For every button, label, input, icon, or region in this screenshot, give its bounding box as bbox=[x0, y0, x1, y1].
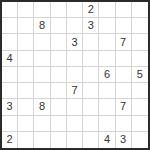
cell-r7c3[interactable]: 8 bbox=[34, 99, 50, 115]
given-digit: 6 bbox=[104, 69, 110, 80]
cell-r9c9[interactable] bbox=[132, 132, 148, 148]
cell-r6c5[interactable]: 7 bbox=[67, 83, 83, 99]
cell-r7c5[interactable] bbox=[67, 99, 83, 115]
cell-r8c9[interactable] bbox=[132, 116, 148, 132]
cell-r7c2[interactable] bbox=[18, 99, 34, 115]
given-digit: 3 bbox=[120, 134, 126, 145]
cell-r1c7[interactable] bbox=[99, 2, 115, 18]
cell-r3c2[interactable] bbox=[18, 34, 34, 50]
cell-r5c7[interactable]: 6 bbox=[99, 67, 115, 83]
cell-r2c4[interactable] bbox=[51, 18, 67, 34]
given-digit: 7 bbox=[120, 101, 126, 112]
cell-r5c3[interactable] bbox=[34, 67, 50, 83]
cell-r4c4[interactable] bbox=[51, 51, 67, 67]
given-digit: 8 bbox=[39, 20, 45, 31]
cell-r5c8[interactable] bbox=[116, 67, 132, 83]
cell-r6c4[interactable] bbox=[51, 83, 67, 99]
cell-r7c4[interactable] bbox=[51, 99, 67, 115]
given-digit: 3 bbox=[7, 101, 13, 112]
cell-r2c3[interactable]: 8 bbox=[34, 18, 50, 34]
cell-r3c7[interactable] bbox=[99, 34, 115, 50]
cell-r6c8[interactable] bbox=[116, 83, 132, 99]
cell-r6c3[interactable] bbox=[34, 83, 50, 99]
cell-r8c5[interactable] bbox=[67, 116, 83, 132]
cell-r1c3[interactable] bbox=[34, 2, 50, 18]
cell-r5c5[interactable] bbox=[67, 67, 83, 83]
cell-r3c6[interactable] bbox=[83, 34, 99, 50]
cell-r1c2[interactable] bbox=[18, 2, 34, 18]
cell-r7c9[interactable] bbox=[132, 99, 148, 115]
cell-r4c8[interactable] bbox=[116, 51, 132, 67]
given-digit: 7 bbox=[71, 85, 77, 96]
cell-r3c9[interactable] bbox=[132, 34, 148, 50]
given-digit: 3 bbox=[88, 20, 94, 31]
given-digit: 7 bbox=[120, 37, 126, 48]
cell-r5c6[interactable] bbox=[83, 67, 99, 83]
cell-r4c1[interactable]: 4 bbox=[2, 51, 18, 67]
cell-r3c4[interactable] bbox=[51, 34, 67, 50]
given-digit: 5 bbox=[137, 69, 143, 80]
cell-r6c9[interactable] bbox=[132, 83, 148, 99]
given-digit: 2 bbox=[7, 134, 13, 145]
cell-r1c6[interactable]: 2 bbox=[83, 2, 99, 18]
cell-r7c7[interactable] bbox=[99, 99, 115, 115]
given-digit: 2 bbox=[88, 4, 94, 15]
given-digit: 4 bbox=[7, 53, 13, 64]
cell-r1c1[interactable] bbox=[2, 2, 18, 18]
cell-r1c8[interactable] bbox=[116, 2, 132, 18]
cell-r4c9[interactable] bbox=[132, 51, 148, 67]
cell-r6c2[interactable] bbox=[18, 83, 34, 99]
cell-r9c7[interactable]: 4 bbox=[99, 132, 115, 148]
cell-r4c5[interactable] bbox=[67, 51, 83, 67]
cell-r9c1[interactable]: 2 bbox=[2, 132, 18, 148]
cell-r2c2[interactable] bbox=[18, 18, 34, 34]
cell-r9c3[interactable] bbox=[34, 132, 50, 148]
cell-r7c6[interactable] bbox=[83, 99, 99, 115]
cell-r8c8[interactable] bbox=[116, 116, 132, 132]
cell-r8c3[interactable] bbox=[34, 116, 50, 132]
cell-r5c2[interactable] bbox=[18, 67, 34, 83]
cell-r7c1[interactable]: 3 bbox=[2, 99, 18, 115]
cell-r2c6[interactable]: 3 bbox=[83, 18, 99, 34]
given-digit: 4 bbox=[104, 134, 110, 145]
cell-r8c4[interactable] bbox=[51, 116, 67, 132]
cell-r4c6[interactable] bbox=[83, 51, 99, 67]
cell-r9c6[interactable] bbox=[83, 132, 99, 148]
cell-r5c9[interactable]: 5 bbox=[132, 67, 148, 83]
cell-r9c2[interactable] bbox=[18, 132, 34, 148]
cell-r9c4[interactable] bbox=[51, 132, 67, 148]
cell-r4c3[interactable] bbox=[34, 51, 50, 67]
cell-r2c5[interactable] bbox=[67, 18, 83, 34]
cell-r4c2[interactable] bbox=[18, 51, 34, 67]
cell-r8c1[interactable] bbox=[2, 116, 18, 132]
cell-r2c1[interactable] bbox=[2, 18, 18, 34]
cell-r8c2[interactable] bbox=[18, 116, 34, 132]
cell-r5c1[interactable] bbox=[2, 67, 18, 83]
sudoku-board: 283374657387243 bbox=[0, 0, 150, 150]
given-digit: 8 bbox=[39, 101, 45, 112]
cell-r6c7[interactable] bbox=[99, 83, 115, 99]
cell-r3c5[interactable]: 3 bbox=[67, 34, 83, 50]
cell-r2c9[interactable] bbox=[132, 18, 148, 34]
cell-r4c7[interactable] bbox=[99, 51, 115, 67]
cell-r9c5[interactable] bbox=[67, 132, 83, 148]
cell-r2c8[interactable] bbox=[116, 18, 132, 34]
cell-r6c6[interactable] bbox=[83, 83, 99, 99]
cell-r5c4[interactable] bbox=[51, 67, 67, 83]
cell-r3c3[interactable] bbox=[34, 34, 50, 50]
given-digit: 3 bbox=[71, 37, 77, 48]
cell-r3c1[interactable] bbox=[2, 34, 18, 50]
cell-r8c6[interactable] bbox=[83, 116, 99, 132]
cell-r6c1[interactable] bbox=[2, 83, 18, 99]
cell-r1c4[interactable] bbox=[51, 2, 67, 18]
cell-r3c8[interactable]: 7 bbox=[116, 34, 132, 50]
cell-r2c7[interactable] bbox=[99, 18, 115, 34]
cell-r9c8[interactable]: 3 bbox=[116, 132, 132, 148]
cell-r8c7[interactable] bbox=[99, 116, 115, 132]
cell-r1c5[interactable] bbox=[67, 2, 83, 18]
cell-r1c9[interactable] bbox=[132, 2, 148, 18]
cell-r7c8[interactable]: 7 bbox=[116, 99, 132, 115]
